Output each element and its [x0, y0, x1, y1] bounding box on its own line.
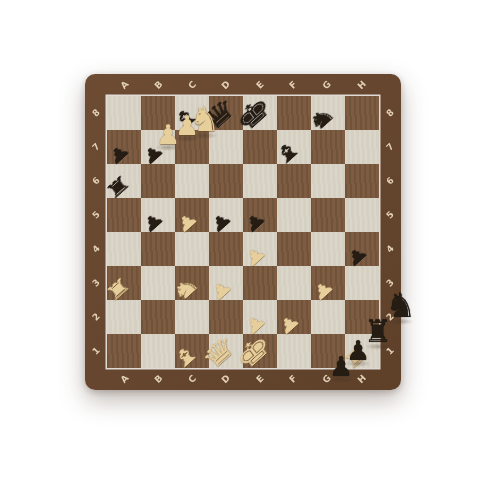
square-h6[interactable] [345, 164, 379, 198]
file-label-A: A [118, 373, 130, 385]
photo-scene: ABCDEFGH 87654321 ♝♛♚♞♟♟♝♜♟♟♟♟♟♟♜♞♟♟♟♟♝♛… [0, 0, 480, 480]
square-e1[interactable]: ♚ [243, 334, 277, 368]
file-label-B: B [152, 79, 164, 91]
file-label-H: H [355, 79, 367, 91]
rank-labels-a-file-edge: 87654321 [85, 96, 107, 368]
rank-label-8: 8 [384, 107, 396, 119]
square-a3[interactable]: ♜ [107, 266, 141, 300]
file-label-B: B [152, 373, 164, 385]
square-h7[interactable] [345, 130, 379, 164]
rank-label-5: 5 [384, 209, 396, 221]
rank-label-7: 7 [384, 141, 396, 153]
board-grid: ♝♛♚♞♟♟♝♜♟♟♟♟♟♟♜♞♟♟♟♟♝♛♚♜ [107, 96, 379, 368]
rank-label-7: 7 [90, 141, 102, 153]
square-g6[interactable] [311, 164, 345, 198]
file-label-D: D [220, 79, 232, 91]
square-f5[interactable] [277, 198, 311, 232]
square-h4[interactable]: ♟ [345, 232, 379, 266]
file-label-D: D [220, 373, 232, 385]
file-label-F: F [287, 373, 298, 384]
square-g5[interactable] [311, 198, 345, 232]
file-label-F: F [287, 79, 298, 90]
square-h5[interactable] [345, 198, 379, 232]
file-label-A: A [118, 79, 130, 91]
square-e6[interactable] [243, 164, 277, 198]
file-label-G: G [321, 79, 333, 91]
captured-white-knight: ♞ [190, 102, 220, 136]
frame-corner [379, 74, 401, 96]
square-a1[interactable] [107, 334, 141, 368]
rank-label-3: 3 [90, 277, 102, 289]
square-f7[interactable]: ♝ [277, 130, 311, 164]
square-g8[interactable]: ♞ [311, 96, 345, 130]
frame-corner [85, 368, 107, 390]
square-d3[interactable]: ♟ [209, 266, 243, 300]
frame-corner [85, 74, 107, 96]
rank-label-8: 8 [90, 107, 102, 119]
square-e8[interactable]: ♚ [243, 96, 277, 130]
file-label-H: H [355, 373, 367, 385]
rank-label-4: 4 [384, 243, 396, 255]
rank-label-2: 2 [90, 311, 102, 323]
rank-label-5: 5 [90, 209, 102, 221]
square-a4[interactable] [107, 232, 141, 266]
square-b2[interactable] [141, 300, 175, 334]
captured-black-pawn: ♟ [329, 353, 353, 380]
rank-label-6: 6 [90, 175, 102, 187]
square-c6[interactable] [175, 164, 209, 198]
square-e5[interactable]: ♟ [243, 198, 277, 232]
file-label-C: C [186, 373, 198, 385]
rank-label-6: 6 [384, 175, 396, 187]
square-f4[interactable] [277, 232, 311, 266]
rank-label-1: 1 [90, 345, 102, 357]
file-label-E: E [254, 373, 265, 384]
square-d6[interactable] [209, 164, 243, 198]
square-g3[interactable]: ♟ [311, 266, 345, 300]
square-h8[interactable] [345, 96, 379, 130]
frame-corner [379, 368, 401, 390]
file-label-C: C [186, 79, 198, 91]
rank-label-4: 4 [90, 243, 102, 255]
square-a8[interactable] [107, 96, 141, 130]
square-f2[interactable]: ♟ [277, 300, 311, 334]
file-labels-far-edge: ABCDEFGH [107, 74, 379, 96]
